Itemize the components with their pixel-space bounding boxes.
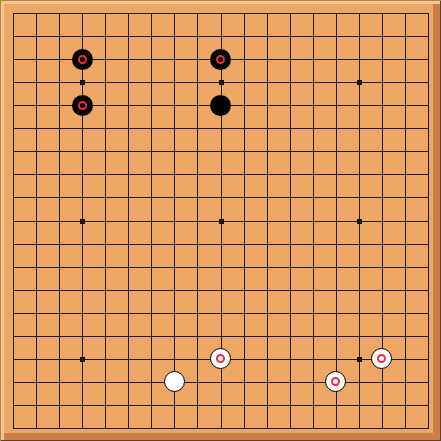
intersection-a13[interactable] <box>1 140 24 163</box>
intersection-d8[interactable] <box>71 255 94 278</box>
intersection-q9[interactable] <box>347 232 370 255</box>
intersection-c12[interactable] <box>48 163 71 186</box>
intersection-q8[interactable] <box>347 255 370 278</box>
intersection-p17[interactable] <box>324 48 347 71</box>
intersection-r10[interactable] <box>370 209 393 232</box>
intersection-f11[interactable] <box>117 186 140 209</box>
intersection-r12[interactable] <box>370 163 393 186</box>
intersection-j10[interactable] <box>186 209 209 232</box>
intersection-b6[interactable] <box>25 301 48 324</box>
intersection-t15[interactable] <box>416 94 439 117</box>
intersection-t14[interactable] <box>416 117 439 140</box>
intersection-g18[interactable] <box>140 25 163 48</box>
intersection-l15[interactable] <box>232 94 255 117</box>
intersection-n7[interactable] <box>278 278 301 301</box>
intersection-c8[interactable] <box>48 255 71 278</box>
intersection-s1[interactable] <box>393 416 416 439</box>
intersection-c17[interactable] <box>48 48 71 71</box>
intersection-s9[interactable] <box>393 232 416 255</box>
intersection-n10[interactable] <box>278 209 301 232</box>
intersection-k2[interactable] <box>209 393 232 416</box>
intersection-d12[interactable] <box>71 163 94 186</box>
intersection-o12[interactable] <box>301 163 324 186</box>
intersection-n13[interactable] <box>278 140 301 163</box>
intersection-b8[interactable] <box>25 255 48 278</box>
intersection-c9[interactable] <box>48 232 71 255</box>
intersection-l1[interactable] <box>232 416 255 439</box>
intersection-b1[interactable] <box>25 416 48 439</box>
intersection-j3[interactable] <box>186 370 209 393</box>
intersection-p5[interactable] <box>324 324 347 347</box>
intersection-p1[interactable] <box>324 416 347 439</box>
intersection-p19[interactable] <box>324 1 347 24</box>
intersection-c1[interactable] <box>48 416 71 439</box>
intersection-q15[interactable] <box>347 94 370 117</box>
intersection-c5[interactable] <box>48 324 71 347</box>
intersection-k18[interactable] <box>209 25 232 48</box>
intersection-r18[interactable] <box>370 25 393 48</box>
intersection-f14[interactable] <box>117 117 140 140</box>
intersection-h1[interactable] <box>163 416 186 439</box>
intersection-m10[interactable] <box>255 209 278 232</box>
intersection-e16[interactable] <box>94 71 117 94</box>
intersection-j9[interactable] <box>186 232 209 255</box>
intersection-p9[interactable] <box>324 232 347 255</box>
intersection-m16[interactable] <box>255 71 278 94</box>
intersection-e3[interactable] <box>94 370 117 393</box>
intersection-a1[interactable] <box>1 416 24 439</box>
intersection-b19[interactable] <box>25 1 48 24</box>
intersection-k12[interactable] <box>209 163 232 186</box>
intersection-q7[interactable] <box>347 278 370 301</box>
intersection-l13[interactable] <box>232 140 255 163</box>
intersection-q1[interactable] <box>347 416 370 439</box>
intersection-q14[interactable] <box>347 117 370 140</box>
intersection-g6[interactable] <box>140 301 163 324</box>
intersection-q4[interactable] <box>347 347 370 370</box>
intersection-o14[interactable] <box>301 117 324 140</box>
intersection-k6[interactable] <box>209 301 232 324</box>
intersection-j14[interactable] <box>186 117 209 140</box>
intersection-e8[interactable] <box>94 255 117 278</box>
intersection-h4[interactable] <box>163 347 186 370</box>
intersection-c11[interactable] <box>48 186 71 209</box>
intersection-t7[interactable] <box>416 278 439 301</box>
intersection-a9[interactable] <box>1 232 24 255</box>
intersection-d15[interactable] <box>71 94 94 117</box>
intersection-k3[interactable] <box>209 370 232 393</box>
intersection-f2[interactable] <box>117 393 140 416</box>
intersection-n9[interactable] <box>278 232 301 255</box>
intersection-f1[interactable] <box>117 416 140 439</box>
intersection-j4[interactable] <box>186 347 209 370</box>
intersection-n15[interactable] <box>278 94 301 117</box>
intersection-b3[interactable] <box>25 370 48 393</box>
intersection-e12[interactable] <box>94 163 117 186</box>
intersection-r4[interactable] <box>370 347 393 370</box>
intersection-g8[interactable] <box>140 255 163 278</box>
intersection-e11[interactable] <box>94 186 117 209</box>
intersection-l10[interactable] <box>232 209 255 232</box>
intersection-r5[interactable] <box>370 324 393 347</box>
intersection-g4[interactable] <box>140 347 163 370</box>
intersection-s7[interactable] <box>393 278 416 301</box>
intersection-l7[interactable] <box>232 278 255 301</box>
intersection-s8[interactable] <box>393 255 416 278</box>
intersection-p4[interactable] <box>324 347 347 370</box>
intersection-l17[interactable] <box>232 48 255 71</box>
intersection-b4[interactable] <box>25 347 48 370</box>
intersection-j6[interactable] <box>186 301 209 324</box>
intersection-l14[interactable] <box>232 117 255 140</box>
intersection-h14[interactable] <box>163 117 186 140</box>
intersection-a19[interactable] <box>1 1 24 24</box>
intersection-b12[interactable] <box>25 163 48 186</box>
intersection-j18[interactable] <box>186 25 209 48</box>
intersection-j2[interactable] <box>186 393 209 416</box>
intersection-s4[interactable] <box>393 347 416 370</box>
intersection-l19[interactable] <box>232 1 255 24</box>
intersection-b9[interactable] <box>25 232 48 255</box>
intersection-a15[interactable] <box>1 94 24 117</box>
intersection-t13[interactable] <box>416 140 439 163</box>
intersection-n3[interactable] <box>278 370 301 393</box>
intersection-e15[interactable] <box>94 94 117 117</box>
intersection-r8[interactable] <box>370 255 393 278</box>
intersection-d19[interactable] <box>71 1 94 24</box>
intersection-m8[interactable] <box>255 255 278 278</box>
intersection-h11[interactable] <box>163 186 186 209</box>
intersection-o8[interactable] <box>301 255 324 278</box>
intersection-a16[interactable] <box>1 71 24 94</box>
intersection-g3[interactable] <box>140 370 163 393</box>
intersection-j5[interactable] <box>186 324 209 347</box>
intersection-q18[interactable] <box>347 25 370 48</box>
intersection-n11[interactable] <box>278 186 301 209</box>
intersection-r14[interactable] <box>370 117 393 140</box>
intersection-n18[interactable] <box>278 25 301 48</box>
intersection-c15[interactable] <box>48 94 71 117</box>
intersection-m17[interactable] <box>255 48 278 71</box>
intersection-b14[interactable] <box>25 117 48 140</box>
intersection-r15[interactable] <box>370 94 393 117</box>
intersection-g13[interactable] <box>140 140 163 163</box>
intersection-t10[interactable] <box>416 209 439 232</box>
intersection-n19[interactable] <box>278 1 301 24</box>
intersection-s3[interactable] <box>393 370 416 393</box>
intersection-f12[interactable] <box>117 163 140 186</box>
intersection-e4[interactable] <box>94 347 117 370</box>
intersection-s19[interactable] <box>393 1 416 24</box>
intersection-d10[interactable] <box>71 209 94 232</box>
intersection-f8[interactable] <box>117 255 140 278</box>
intersection-n16[interactable] <box>278 71 301 94</box>
intersection-m14[interactable] <box>255 117 278 140</box>
intersection-q10[interactable] <box>347 209 370 232</box>
intersection-p6[interactable] <box>324 301 347 324</box>
intersection-s15[interactable] <box>393 94 416 117</box>
intersection-b5[interactable] <box>25 324 48 347</box>
intersection-d11[interactable] <box>71 186 94 209</box>
intersection-s17[interactable] <box>393 48 416 71</box>
intersection-d3[interactable] <box>71 370 94 393</box>
intersection-a3[interactable] <box>1 370 24 393</box>
intersection-r13[interactable] <box>370 140 393 163</box>
intersection-j17[interactable] <box>186 48 209 71</box>
intersection-k13[interactable] <box>209 140 232 163</box>
intersection-m4[interactable] <box>255 347 278 370</box>
intersection-g17[interactable] <box>140 48 163 71</box>
intersection-t2[interactable] <box>416 393 439 416</box>
intersection-h6[interactable] <box>163 301 186 324</box>
intersection-e17[interactable] <box>94 48 117 71</box>
intersection-p2[interactable] <box>324 393 347 416</box>
intersection-k14[interactable] <box>209 117 232 140</box>
intersection-d17[interactable] <box>71 48 94 71</box>
intersection-k17[interactable] <box>209 48 232 71</box>
intersection-b10[interactable] <box>25 209 48 232</box>
intersection-n1[interactable] <box>278 416 301 439</box>
intersection-o13[interactable] <box>301 140 324 163</box>
intersection-c19[interactable] <box>48 1 71 24</box>
intersection-h8[interactable] <box>163 255 186 278</box>
intersection-e6[interactable] <box>94 301 117 324</box>
intersection-r2[interactable] <box>370 393 393 416</box>
intersection-g12[interactable] <box>140 163 163 186</box>
intersection-n17[interactable] <box>278 48 301 71</box>
intersection-n4[interactable] <box>278 347 301 370</box>
intersection-d16[interactable] <box>71 71 94 94</box>
intersection-e10[interactable] <box>94 209 117 232</box>
intersection-m19[interactable] <box>255 1 278 24</box>
intersection-o17[interactable] <box>301 48 324 71</box>
intersection-a12[interactable] <box>1 163 24 186</box>
intersection-b13[interactable] <box>25 140 48 163</box>
intersection-d9[interactable] <box>71 232 94 255</box>
intersection-o2[interactable] <box>301 393 324 416</box>
intersection-o18[interactable] <box>301 25 324 48</box>
intersection-f3[interactable] <box>117 370 140 393</box>
intersection-e2[interactable] <box>94 393 117 416</box>
intersection-a2[interactable] <box>1 393 24 416</box>
intersection-m5[interactable] <box>255 324 278 347</box>
intersection-g9[interactable] <box>140 232 163 255</box>
intersection-l16[interactable] <box>232 71 255 94</box>
intersection-s18[interactable] <box>393 25 416 48</box>
intersection-l3[interactable] <box>232 370 255 393</box>
intersection-c14[interactable] <box>48 117 71 140</box>
intersection-f10[interactable] <box>117 209 140 232</box>
intersection-s12[interactable] <box>393 163 416 186</box>
intersection-m1[interactable] <box>255 416 278 439</box>
intersection-m2[interactable] <box>255 393 278 416</box>
intersection-e5[interactable] <box>94 324 117 347</box>
intersection-k8[interactable] <box>209 255 232 278</box>
intersection-j15[interactable] <box>186 94 209 117</box>
intersection-k5[interactable] <box>209 324 232 347</box>
intersection-j13[interactable] <box>186 140 209 163</box>
intersection-f13[interactable] <box>117 140 140 163</box>
intersection-j1[interactable] <box>186 416 209 439</box>
intersection-h15[interactable] <box>163 94 186 117</box>
intersection-c3[interactable] <box>48 370 71 393</box>
intersection-f17[interactable] <box>117 48 140 71</box>
intersection-n12[interactable] <box>278 163 301 186</box>
intersection-n14[interactable] <box>278 117 301 140</box>
intersection-l11[interactable] <box>232 186 255 209</box>
intersection-b2[interactable] <box>25 393 48 416</box>
intersection-m15[interactable] <box>255 94 278 117</box>
intersection-l2[interactable] <box>232 393 255 416</box>
intersection-a10[interactable] <box>1 209 24 232</box>
intersection-j12[interactable] <box>186 163 209 186</box>
intersection-h3[interactable] <box>163 370 186 393</box>
intersection-s14[interactable] <box>393 117 416 140</box>
intersection-s11[interactable] <box>393 186 416 209</box>
intersection-f6[interactable] <box>117 301 140 324</box>
intersection-h12[interactable] <box>163 163 186 186</box>
intersection-p16[interactable] <box>324 71 347 94</box>
intersection-t11[interactable] <box>416 186 439 209</box>
intersection-p13[interactable] <box>324 140 347 163</box>
intersection-g11[interactable] <box>140 186 163 209</box>
intersection-g1[interactable] <box>140 416 163 439</box>
intersection-e13[interactable] <box>94 140 117 163</box>
intersection-k19[interactable] <box>209 1 232 24</box>
intersection-p3[interactable] <box>324 370 347 393</box>
intersection-l5[interactable] <box>232 324 255 347</box>
intersection-k11[interactable] <box>209 186 232 209</box>
intersection-c10[interactable] <box>48 209 71 232</box>
intersection-p11[interactable] <box>324 186 347 209</box>
intersection-m12[interactable] <box>255 163 278 186</box>
intersection-m9[interactable] <box>255 232 278 255</box>
intersection-r19[interactable] <box>370 1 393 24</box>
intersection-o9[interactable] <box>301 232 324 255</box>
intersection-e9[interactable] <box>94 232 117 255</box>
intersection-m7[interactable] <box>255 278 278 301</box>
intersection-o1[interactable] <box>301 416 324 439</box>
intersection-g16[interactable] <box>140 71 163 94</box>
intersection-a7[interactable] <box>1 278 24 301</box>
intersection-t9[interactable] <box>416 232 439 255</box>
intersection-c16[interactable] <box>48 71 71 94</box>
intersection-p7[interactable] <box>324 278 347 301</box>
intersection-k1[interactable] <box>209 416 232 439</box>
intersection-o3[interactable] <box>301 370 324 393</box>
intersection-k4[interactable] <box>209 347 232 370</box>
intersection-c13[interactable] <box>48 140 71 163</box>
intersection-e19[interactable] <box>94 1 117 24</box>
intersection-h7[interactable] <box>163 278 186 301</box>
intersection-s13[interactable] <box>393 140 416 163</box>
intersection-l4[interactable] <box>232 347 255 370</box>
intersection-a5[interactable] <box>1 324 24 347</box>
intersection-f9[interactable] <box>117 232 140 255</box>
intersection-m11[interactable] <box>255 186 278 209</box>
intersection-q5[interactable] <box>347 324 370 347</box>
intersection-q19[interactable] <box>347 1 370 24</box>
intersection-o19[interactable] <box>301 1 324 24</box>
intersection-q2[interactable] <box>347 393 370 416</box>
intersection-q12[interactable] <box>347 163 370 186</box>
intersection-d7[interactable] <box>71 278 94 301</box>
intersection-r17[interactable] <box>370 48 393 71</box>
intersection-s2[interactable] <box>393 393 416 416</box>
intersection-h18[interactable] <box>163 25 186 48</box>
intersection-r6[interactable] <box>370 301 393 324</box>
intersection-o16[interactable] <box>301 71 324 94</box>
intersection-c18[interactable] <box>48 25 71 48</box>
intersection-s10[interactable] <box>393 209 416 232</box>
intersection-g7[interactable] <box>140 278 163 301</box>
intersection-c4[interactable] <box>48 347 71 370</box>
intersection-p10[interactable] <box>324 209 347 232</box>
intersection-l8[interactable] <box>232 255 255 278</box>
intersection-c2[interactable] <box>48 393 71 416</box>
intersection-n5[interactable] <box>278 324 301 347</box>
intersection-e1[interactable] <box>94 416 117 439</box>
intersection-m6[interactable] <box>255 301 278 324</box>
intersection-j16[interactable] <box>186 71 209 94</box>
intersection-a6[interactable] <box>1 301 24 324</box>
intersection-d14[interactable] <box>71 117 94 140</box>
intersection-g10[interactable] <box>140 209 163 232</box>
intersection-h2[interactable] <box>163 393 186 416</box>
intersection-b16[interactable] <box>25 71 48 94</box>
intersection-l12[interactable] <box>232 163 255 186</box>
intersection-f7[interactable] <box>117 278 140 301</box>
intersection-q11[interactable] <box>347 186 370 209</box>
intersection-p12[interactable] <box>324 163 347 186</box>
intersection-d6[interactable] <box>71 301 94 324</box>
intersection-j11[interactable] <box>186 186 209 209</box>
intersection-p15[interactable] <box>324 94 347 117</box>
intersection-f4[interactable] <box>117 347 140 370</box>
intersection-d1[interactable] <box>71 416 94 439</box>
intersection-q3[interactable] <box>347 370 370 393</box>
intersection-q13[interactable] <box>347 140 370 163</box>
intersection-o11[interactable] <box>301 186 324 209</box>
intersection-h5[interactable] <box>163 324 186 347</box>
intersection-e18[interactable] <box>94 25 117 48</box>
intersection-d2[interactable] <box>71 393 94 416</box>
intersection-t18[interactable] <box>416 25 439 48</box>
intersection-c7[interactable] <box>48 278 71 301</box>
intersection-g14[interactable] <box>140 117 163 140</box>
intersection-p14[interactable] <box>324 117 347 140</box>
intersection-r9[interactable] <box>370 232 393 255</box>
intersection-k7[interactable] <box>209 278 232 301</box>
intersection-t17[interactable] <box>416 48 439 71</box>
intersection-t8[interactable] <box>416 255 439 278</box>
intersection-t12[interactable] <box>416 163 439 186</box>
intersection-g19[interactable] <box>140 1 163 24</box>
intersection-f5[interactable] <box>117 324 140 347</box>
intersection-g2[interactable] <box>140 393 163 416</box>
intersection-t5[interactable] <box>416 324 439 347</box>
intersection-g5[interactable] <box>140 324 163 347</box>
intersection-b17[interactable] <box>25 48 48 71</box>
intersection-b18[interactable] <box>25 25 48 48</box>
intersection-a8[interactable] <box>1 255 24 278</box>
intersection-f15[interactable] <box>117 94 140 117</box>
intersection-k10[interactable] <box>209 209 232 232</box>
intersection-p18[interactable] <box>324 25 347 48</box>
intersection-o10[interactable] <box>301 209 324 232</box>
intersection-f19[interactable] <box>117 1 140 24</box>
intersection-b7[interactable] <box>25 278 48 301</box>
